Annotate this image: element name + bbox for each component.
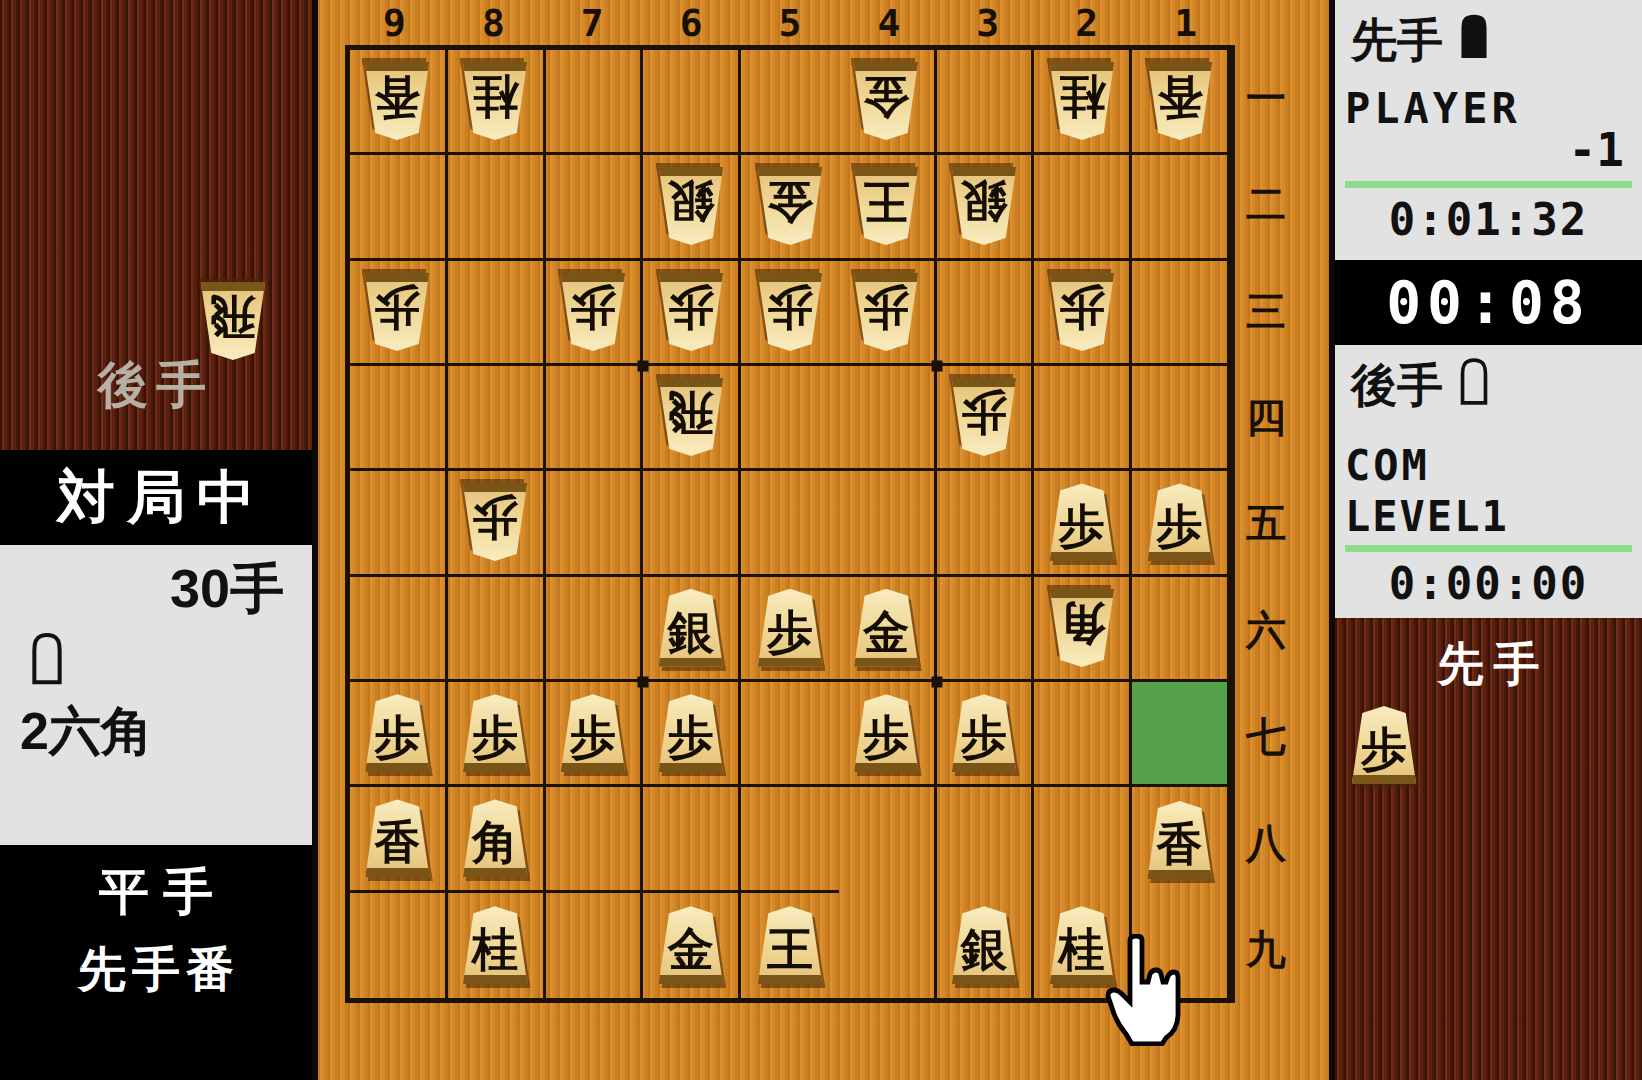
board-cell-7九[interactable]: [546, 893, 644, 998]
board-cell-4八[interactable]: [839, 787, 937, 892]
board-cell-5九[interactable]: 王: [741, 893, 839, 998]
sente-hand-tray: 歩: [1349, 706, 1419, 784]
board-cell-7六[interactable]: [546, 577, 644, 682]
hand-cursor-icon: [1104, 934, 1184, 1050]
com-label: COM: [1343, 441, 1634, 490]
board-cell-9八[interactable]: 香: [350, 787, 448, 892]
board-cell-9六[interactable]: [350, 577, 448, 682]
gote-panel-label: 後手: [1351, 355, 1443, 417]
sente-info-panel: 先手 PLAYER -1 0:01:32: [1335, 0, 1642, 260]
board-cell-3七[interactable]: 歩: [937, 682, 1035, 787]
board-cell-4九[interactable]: [839, 893, 937, 998]
board-cell-6三[interactable]: 歩: [643, 261, 741, 366]
left-sidebar: 飛 後手 対局中 30手 2六角 平手 先手番: [0, 0, 312, 1080]
shogi-piece-gote-香[interactable]: 香: [1145, 62, 1215, 140]
board-cell-3一[interactable]: [937, 50, 1035, 155]
shogi-piece-sente-角[interactable]: 角: [460, 799, 530, 877]
shogi-piece-gote-歩[interactable]: 歩: [460, 483, 530, 561]
shogi-piece-gote-飛[interactable]: 飛: [198, 282, 268, 360]
last-move: 2六角: [20, 697, 153, 767]
shogi-piece-gote-桂[interactable]: 桂: [1047, 62, 1117, 140]
shogi-piece-sente-金[interactable]: 金: [851, 589, 921, 667]
shogi-piece-sente-歩[interactable]: 歩: [755, 589, 825, 667]
shogi-piece-gote-金[interactable]: 金: [851, 62, 921, 140]
shogi-piece-gote-歩[interactable]: 歩: [1047, 273, 1117, 351]
board-cell-9二[interactable]: [350, 155, 448, 260]
board-cell-6二[interactable]: 銀: [643, 155, 741, 260]
board-cell-4七[interactable]: 歩: [839, 682, 937, 787]
shogi-piece-gote-歩[interactable]: 歩: [362, 273, 432, 351]
gote-label: 後手: [0, 352, 312, 419]
board-cell-1三[interactable]: [1132, 261, 1230, 366]
board-cell-5六[interactable]: 歩: [741, 577, 839, 682]
gote-time: 0:00:00: [1343, 558, 1634, 609]
gote-piece-symbol-icon: [1453, 357, 1495, 416]
shogi-piece-sente-歩[interactable]: 歩: [460, 694, 530, 772]
board-cell-9七[interactable]: 歩: [350, 682, 448, 787]
shogi-piece-sente-歩[interactable]: 歩: [656, 694, 726, 772]
countdown-clock: 00:08: [1335, 260, 1642, 345]
board-cell-8六[interactable]: [448, 577, 546, 682]
shogi-piece-sente-桂[interactable]: 桂: [460, 906, 530, 984]
shogi-piece-sente-歩[interactable]: 歩: [1349, 706, 1419, 784]
file-label-5: 5: [741, 0, 840, 45]
board-cell-1六[interactable]: [1132, 577, 1230, 682]
sente-time: 0:01:32: [1343, 194, 1634, 245]
com-level-label: LEVEL1: [1343, 492, 1634, 541]
move-panel: 30手 2六角: [0, 545, 312, 845]
shogi-piece-gote-金[interactable]: 金: [755, 167, 825, 245]
shogi-piece-gote-桂[interactable]: 桂: [460, 62, 530, 140]
board-cell-2三[interactable]: 歩: [1034, 261, 1132, 366]
file-label-3: 3: [938, 0, 1037, 45]
board-cell-1四[interactable]: [1132, 366, 1230, 471]
file-label-6: 6: [642, 0, 741, 45]
sente-piece-symbol-icon: [1453, 12, 1495, 71]
file-label-2: 2: [1037, 0, 1136, 45]
shogi-piece-sente-歩[interactable]: 歩: [1145, 483, 1215, 561]
board-cell-2五[interactable]: 歩: [1034, 471, 1132, 576]
board-cell-4一[interactable]: 金: [839, 50, 937, 155]
right-sidebar: 先手 PLAYER -1 0:01:32 00:08 後手: [1335, 0, 1642, 1080]
turn-label: 先手番: [0, 938, 312, 1002]
board-cell-8九[interactable]: 桂: [448, 893, 546, 998]
shogi-piece-gote-王[interactable]: 王: [851, 167, 921, 245]
shogi-piece-sente-王[interactable]: 王: [755, 906, 825, 984]
status-banner: 対局中: [0, 450, 312, 545]
rank-label-二: 二: [1243, 151, 1289, 257]
move-number: 30手: [170, 553, 284, 626]
gote-info-panel: 後手 COM LEVEL1 0:00:00: [1335, 345, 1642, 618]
rank-label-七: 七: [1243, 684, 1289, 790]
rank-label-三: 三: [1243, 258, 1289, 364]
board-cell-6八[interactable]: [643, 787, 741, 892]
board-cell-5四[interactable]: [741, 366, 839, 471]
board-cell-4六[interactable]: 金: [839, 577, 937, 682]
board-cell-1七[interactable]: [1132, 682, 1230, 787]
shogi-piece-sente-歩[interactable]: 歩: [558, 694, 628, 772]
board-cell-7七[interactable]: 歩: [546, 682, 644, 787]
board-cell-3三[interactable]: [937, 261, 1035, 366]
file-label-1: 1: [1136, 0, 1235, 45]
gote-hand-tray: 飛: [198, 282, 268, 360]
board-cell-7八[interactable]: [546, 787, 644, 892]
board-cell-9三[interactable]: 歩: [350, 261, 448, 366]
gote-underline: [1345, 545, 1632, 552]
shogi-piece-gote-歩[interactable]: 歩: [656, 273, 726, 351]
file-label-8: 8: [444, 0, 543, 45]
board-cell-1二[interactable]: [1132, 155, 1230, 260]
board-cell-3六[interactable]: [937, 577, 1035, 682]
board-cell-8七[interactable]: 歩: [448, 682, 546, 787]
board-cell-2四[interactable]: [1034, 366, 1132, 471]
shogi-piece-sente-歩[interactable]: 歩: [851, 694, 921, 772]
tray-label-sente: 先手: [1335, 618, 1642, 696]
board-cell-5五[interactable]: [741, 471, 839, 576]
board-cell-6五[interactable]: [643, 471, 741, 576]
rank-label-八: 八: [1243, 790, 1289, 896]
board-cell-4二[interactable]: 王: [839, 155, 937, 260]
board-cell-7五[interactable]: [546, 471, 644, 576]
shogi-piece-gote-歩[interactable]: 歩: [851, 273, 921, 351]
shogi-piece-gote-香[interactable]: 香: [362, 62, 432, 140]
sente-hand-area: 先手 歩: [1335, 618, 1642, 1080]
board-cell-8三[interactable]: [448, 261, 546, 366]
board-cell-6六[interactable]: 銀: [643, 577, 741, 682]
board-cell-6一[interactable]: [643, 50, 741, 155]
board-cell-1八[interactable]: 香: [1132, 787, 1230, 892]
shogi-piece-sente-香[interactable]: 香: [362, 799, 432, 877]
board-cell-3八[interactable]: [937, 787, 1035, 892]
shogi-board: 香桂金桂香銀金王銀歩歩歩歩歩歩飛歩歩歩歩銀歩金角歩歩歩歩歩歩香角香桂金王銀桂: [345, 45, 1235, 1003]
board-cell-9九[interactable]: [350, 893, 448, 998]
board-cell-7二[interactable]: [546, 155, 644, 260]
shogi-piece-gote-銀[interactable]: 銀: [949, 167, 1019, 245]
board-cell-8五[interactable]: 歩: [448, 471, 546, 576]
shogi-game-screen: 飛 後手 対局中 30手 2六角 平手 先手番 987654321 一二三四五六…: [0, 0, 1642, 1080]
shogi-piece-sente-歩[interactable]: 歩: [949, 694, 1019, 772]
shogi-piece-gote-歩[interactable]: 歩: [755, 273, 825, 351]
shogi-piece-sente-銀[interactable]: 銀: [656, 589, 726, 667]
file-label-7: 7: [543, 0, 642, 45]
board-cell-5一[interactable]: [741, 50, 839, 155]
file-label-4: 4: [839, 0, 938, 45]
board-cell-1一[interactable]: 香: [1132, 50, 1230, 155]
shogi-piece-gote-歩[interactable]: 歩: [558, 273, 628, 351]
file-labels: 987654321: [345, 0, 1235, 45]
shogi-piece-sente-香[interactable]: 香: [1145, 801, 1215, 879]
board-cell-2八[interactable]: [1034, 787, 1132, 892]
board-cell-7一[interactable]: [546, 50, 644, 155]
shogi-piece-gote-飛[interactable]: 飛: [656, 378, 726, 456]
board-area: 987654321 一二三四五六七八九 香桂金桂香銀金王銀歩歩歩歩歩歩飛歩歩歩歩…: [312, 0, 1335, 1080]
board-cell-9五[interactable]: [350, 471, 448, 576]
shogi-piece-sente-金[interactable]: 金: [656, 906, 726, 984]
shogi-piece-sente-歩[interactable]: 歩: [1047, 483, 1117, 561]
board-cell-8二[interactable]: [448, 155, 546, 260]
board-cell-5二[interactable]: 金: [741, 155, 839, 260]
board-cell-6九[interactable]: 金: [643, 893, 741, 998]
sente-panel-label: 先手: [1351, 10, 1443, 72]
board-cell-3五[interactable]: [937, 471, 1035, 576]
board-cell-7四[interactable]: [546, 366, 644, 471]
file-label-9: 9: [345, 0, 444, 45]
board-cell-2七[interactable]: [1034, 682, 1132, 787]
board-cell-8一[interactable]: 桂: [448, 50, 546, 155]
board-cell-6四[interactable]: 飛: [643, 366, 741, 471]
shogi-piece-sente-銀[interactable]: 銀: [949, 906, 1019, 984]
board-cell-3九[interactable]: 銀: [937, 893, 1035, 998]
board-cell-9四[interactable]: [350, 366, 448, 471]
board-cell-2六[interactable]: 角: [1034, 577, 1132, 682]
handicap-block: 平手 先手番: [0, 845, 312, 1080]
board-cell-2二[interactable]: [1034, 155, 1132, 260]
board-cell-2一[interactable]: 桂: [1034, 50, 1132, 155]
rank-label-五: 五: [1243, 471, 1289, 577]
board-cell-4三[interactable]: 歩: [839, 261, 937, 366]
board-cell-9一[interactable]: 香: [350, 50, 448, 155]
board-cell-8八[interactable]: 角: [448, 787, 546, 892]
sente-underline: [1345, 181, 1632, 188]
shogi-piece-gote-銀[interactable]: 銀: [656, 167, 726, 245]
board-cell-6七[interactable]: 歩: [643, 682, 741, 787]
gote-piece-symbol-icon: [24, 631, 70, 689]
board-cell-4五[interactable]: [839, 471, 937, 576]
rank-label-六: 六: [1243, 577, 1289, 683]
board-cell-1五[interactable]: 歩: [1132, 471, 1230, 576]
board-cell-8四[interactable]: [448, 366, 546, 471]
board-cell-3二[interactable]: 銀: [937, 155, 1035, 260]
shogi-piece-gote-歩[interactable]: 歩: [949, 378, 1019, 456]
board-cell-5八[interactable]: [741, 787, 839, 892]
board-cell-5三[interactable]: 歩: [741, 261, 839, 366]
board-cell-5七[interactable]: [741, 682, 839, 787]
board-cell-4四[interactable]: [839, 366, 937, 471]
board-cell-7三[interactable]: 歩: [546, 261, 644, 366]
shogi-piece-sente-歩[interactable]: 歩: [362, 694, 432, 772]
rank-label-九: 九: [1243, 897, 1289, 1003]
rank-label-一: 一: [1243, 45, 1289, 151]
shogi-piece-gote-角[interactable]: 角: [1047, 589, 1117, 667]
rank-labels: 一二三四五六七八九: [1243, 45, 1289, 1003]
rank-label-四: 四: [1243, 364, 1289, 470]
handicap-label: 平手: [0, 859, 312, 926]
board-cell-3四[interactable]: 歩: [937, 366, 1035, 471]
